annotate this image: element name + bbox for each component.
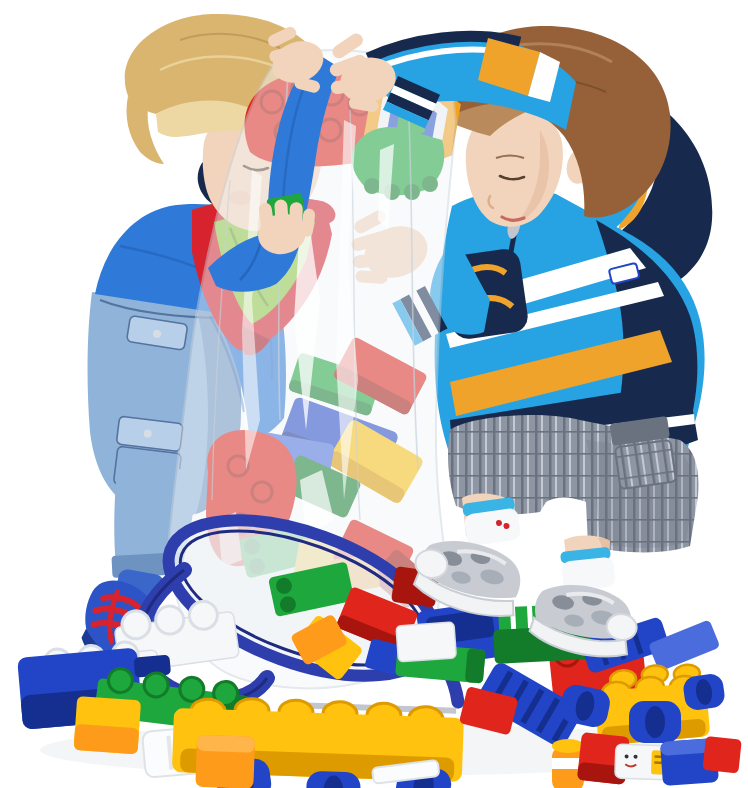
finger: [272, 64, 305, 78]
finger: [289, 202, 303, 234]
photo-scene: ei: [0, 0, 748, 788]
red-cube: [702, 736, 741, 774]
pocket-body: [615, 440, 676, 489]
cylinder-top: [552, 739, 584, 753]
right-boy-sock-left: [462, 496, 521, 546]
wheel-hub: [645, 706, 665, 738]
cab-face: [74, 724, 140, 754]
cargo-pocket: [609, 416, 676, 489]
scene-canvas: ei: [0, 0, 748, 788]
finger: [274, 199, 289, 234]
yellow-cab-block: [74, 696, 142, 754]
truck-wheel: [629, 701, 681, 743]
stud: [143, 672, 170, 699]
truck-cab-top: [197, 735, 256, 753]
brick-end: [465, 648, 486, 683]
right-boy-sock-right: [560, 547, 616, 592]
stud: [107, 667, 134, 694]
white-ghost-brick: [396, 622, 456, 662]
